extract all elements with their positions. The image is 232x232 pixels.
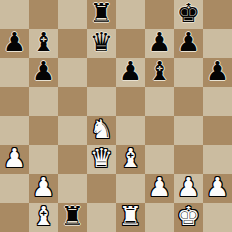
square-c8[interactable] [58,0,87,29]
square-b4[interactable] [29,116,58,145]
square-c1[interactable]: ♜ [58,203,87,232]
black-pawn-g7-piece[interactable]: ♟ [177,29,200,57]
square-a5[interactable] [0,87,29,116]
square-h5[interactable] [203,87,232,116]
square-g7[interactable]: ♟ [174,29,203,58]
square-g5[interactable] [174,87,203,116]
square-h4[interactable] [203,116,232,145]
square-d4[interactable]: ♞ [87,116,116,145]
square-h7[interactable] [203,29,232,58]
square-b5[interactable] [29,87,58,116]
square-c6[interactable] [58,58,87,87]
square-b8[interactable] [29,0,58,29]
black-pawn-b6-piece[interactable]: ♟ [32,58,55,86]
square-e2[interactable] [116,174,145,203]
square-h8[interactable] [203,0,232,29]
square-d8[interactable]: ♜ [87,0,116,29]
square-g1[interactable]: ♚ [174,203,203,232]
black-bishop-b7-piece[interactable]: ♝ [32,29,55,57]
square-h6[interactable]: ♟ [203,58,232,87]
square-f4[interactable] [145,116,174,145]
white-king-g1-piece[interactable]: ♚ [177,203,200,231]
square-g3[interactable] [174,145,203,174]
square-a6[interactable] [0,58,29,87]
square-c4[interactable] [58,116,87,145]
white-pawn-f2-piece[interactable]: ♟ [148,174,171,202]
chess-board: ♜♚♟♝♛♟♟♟♟♝♟♞♟♛♝♟♟♟♟♝♜♜♚ [0,0,232,232]
black-pawn-h6-piece[interactable]: ♟ [206,58,229,86]
square-c2[interactable] [58,174,87,203]
white-pawn-g2-piece[interactable]: ♟ [177,174,200,202]
square-d2[interactable] [87,174,116,203]
square-f5[interactable] [145,87,174,116]
square-f2[interactable]: ♟ [145,174,174,203]
square-e8[interactable] [116,0,145,29]
square-a2[interactable] [0,174,29,203]
white-knight-d4-piece[interactable]: ♞ [90,116,113,144]
black-bishop-f6-piece[interactable]: ♝ [148,58,171,86]
white-rook-e1-piece[interactable]: ♜ [119,203,142,231]
square-c3[interactable] [58,145,87,174]
square-b3[interactable] [29,145,58,174]
square-e3[interactable]: ♝ [116,145,145,174]
square-e6[interactable]: ♟ [116,58,145,87]
black-pawn-f7-piece[interactable]: ♟ [148,29,171,57]
square-a4[interactable] [0,116,29,145]
square-c5[interactable] [58,87,87,116]
square-h3[interactable] [203,145,232,174]
square-a7[interactable]: ♟ [0,29,29,58]
square-g2[interactable]: ♟ [174,174,203,203]
square-b6[interactable]: ♟ [29,58,58,87]
square-f8[interactable] [145,0,174,29]
square-b1[interactable]: ♝ [29,203,58,232]
square-d1[interactable] [87,203,116,232]
square-b7[interactable]: ♝ [29,29,58,58]
black-pawn-a7-piece[interactable]: ♟ [3,29,26,57]
black-rook-d8-piece[interactable]: ♜ [90,0,113,28]
square-a8[interactable] [0,0,29,29]
black-pawn-e6-piece[interactable]: ♟ [119,58,142,86]
square-f6[interactable]: ♝ [145,58,174,87]
square-d7[interactable]: ♛ [87,29,116,58]
square-e1[interactable]: ♜ [116,203,145,232]
square-d5[interactable] [87,87,116,116]
white-pawn-a3-piece[interactable]: ♟ [3,145,26,173]
square-f7[interactable]: ♟ [145,29,174,58]
white-bishop-b1-piece[interactable]: ♝ [32,203,55,231]
square-b2[interactable]: ♟ [29,174,58,203]
square-a1[interactable] [0,203,29,232]
square-d3[interactable]: ♛ [87,145,116,174]
square-f1[interactable] [145,203,174,232]
square-g4[interactable] [174,116,203,145]
square-g8[interactable]: ♚ [174,0,203,29]
white-queen-d3-piece[interactable]: ♛ [90,145,113,173]
square-h2[interactable]: ♟ [203,174,232,203]
square-g6[interactable] [174,58,203,87]
black-king-g8-piece[interactable]: ♚ [177,0,200,28]
square-c7[interactable] [58,29,87,58]
black-rook-c1-piece[interactable]: ♜ [61,203,84,231]
square-d6[interactable] [87,58,116,87]
white-pawn-h2-piece[interactable]: ♟ [206,174,229,202]
square-e4[interactable] [116,116,145,145]
square-e5[interactable] [116,87,145,116]
square-h1[interactable] [203,203,232,232]
white-bishop-e3-piece[interactable]: ♝ [119,145,142,173]
white-pawn-b2-piece[interactable]: ♟ [32,174,55,202]
square-f3[interactable] [145,145,174,174]
square-e7[interactable] [116,29,145,58]
black-queen-d7-piece[interactable]: ♛ [90,29,113,57]
square-a3[interactable]: ♟ [0,145,29,174]
